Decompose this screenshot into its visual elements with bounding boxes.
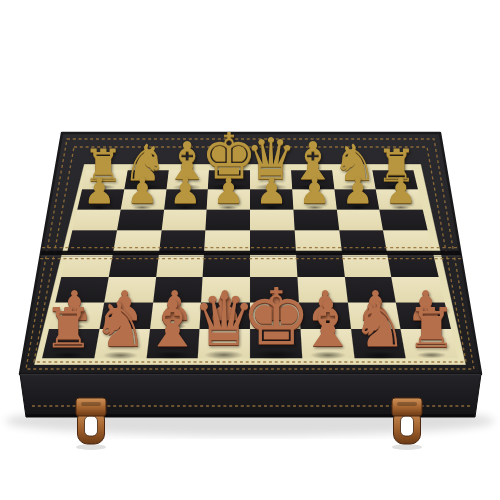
piece-black-pawn-h7[interactable]: ♟ (385, 172, 417, 207)
piece-white-rook-h1[interactable]: ♜ (407, 301, 456, 356)
piece-white-knight-b1[interactable]: ♞ (93, 294, 149, 356)
square-a6[interactable] (72, 209, 120, 230)
piece-white-rook-a1[interactable]: ♜ (44, 301, 93, 356)
piece-black-pawn-e7[interactable]: ♟ (256, 172, 288, 207)
square-d6[interactable] (206, 209, 250, 230)
square-f5[interactable] (294, 231, 341, 253)
square-f6[interactable] (293, 209, 339, 230)
square-g6[interactable] (336, 209, 383, 230)
piece-black-pawn-g7[interactable]: ♟ (342, 172, 374, 207)
square-h6[interactable] (379, 209, 427, 230)
square-b4[interactable] (109, 253, 159, 277)
clasp-left (76, 398, 106, 450)
square-a4[interactable] (61, 253, 112, 277)
square-b5[interactable] (113, 231, 161, 253)
piece-black-pawn-a7[interactable]: ♟ (83, 172, 115, 207)
piece-black-pawn-d7[interactable]: ♟ (213, 172, 245, 207)
square-g5[interactable] (339, 231, 387, 253)
piece-black-pawn-f7[interactable]: ♟ (299, 172, 331, 207)
clasp-right (392, 398, 422, 450)
square-c6[interactable] (161, 209, 207, 230)
piece-white-bishop-f1[interactable]: ♝ (299, 292, 356, 356)
square-a5[interactable] (67, 231, 117, 253)
piece-white-knight-g1[interactable]: ♞ (352, 294, 408, 356)
square-e5[interactable] (250, 231, 296, 253)
square-h4[interactable] (387, 253, 438, 277)
square-e6[interactable] (250, 209, 294, 230)
piece-black-pawn-c7[interactable]: ♟ (170, 172, 202, 207)
piece-black-pawn-b7[interactable]: ♟ (126, 172, 158, 207)
square-h5[interactable] (383, 231, 433, 253)
square-c4[interactable] (156, 253, 205, 277)
square-c5[interactable] (159, 231, 206, 253)
square-b6[interactable] (117, 209, 164, 230)
chess-set-photo: ♜♞♝♚♛♝♞♜♟♟♟♟♟♟♟♟♟♟♟♟♟♟♟♟♜♞♝♛♚♝♞♜ (0, 0, 500, 500)
square-g4[interactable] (342, 253, 392, 277)
square-d5[interactable] (204, 231, 250, 253)
